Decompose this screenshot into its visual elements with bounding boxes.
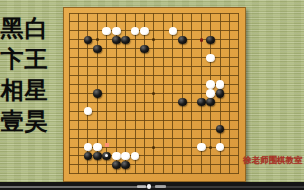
board-cell-L11[interactable] [159,80,168,89]
board-cell-K5[interactable] [149,134,158,143]
board-cell-S5[interactable] [225,134,234,143]
board-cell-M9[interactable] [168,98,177,107]
board-cell-K9[interactable] [149,98,158,107]
board-cell-R2[interactable] [215,160,224,169]
board-cell-E7[interactable] [102,116,111,125]
board-cell-G18[interactable] [121,18,130,27]
board-cell-Q2[interactable] [206,160,215,169]
board-cell-G19[interactable] [121,9,130,18]
board-cell-R16[interactable] [215,35,224,44]
board-cell-B18[interactable] [74,18,83,27]
board-cell-J15[interactable] [140,44,149,53]
board-cell-A4[interactable] [64,143,73,152]
board-cell-Q1[interactable] [206,169,215,178]
board-cell-R18[interactable] [215,18,224,27]
board-cell-C19[interactable] [83,9,92,18]
board-cell-B7[interactable] [74,116,83,125]
board-cell-M11[interactable] [168,80,177,89]
board-cell-A8[interactable] [64,107,73,116]
board-cell-T13[interactable] [234,62,243,71]
board-cell-S7[interactable] [225,116,234,125]
board-cell-S9[interactable] [225,98,234,107]
board-cell-J11[interactable] [140,80,149,89]
board-cell-N7[interactable] [178,116,187,125]
board-cell-H1[interactable] [130,169,139,178]
board-cell-O3[interactable] [187,151,196,160]
board-cell-H18[interactable] [130,18,139,27]
board-cell-R6[interactable] [215,125,224,134]
board-cell-F13[interactable] [112,62,121,71]
board-cell-K10[interactable] [149,89,158,98]
board-cell-T14[interactable] [234,53,243,62]
board-cell-L14[interactable] [159,53,168,62]
board-cell-B14[interactable] [74,53,83,62]
board-cell-S13[interactable] [225,62,234,71]
board-cell-K8[interactable] [149,107,158,116]
board-cell-H6[interactable] [130,125,139,134]
board-cell-A15[interactable] [64,44,73,53]
board-cell-T7[interactable] [234,116,243,125]
board-cell-M12[interactable] [168,71,177,80]
board-cell-G2[interactable] [121,160,130,169]
board-cell-S4[interactable] [225,143,234,152]
board-cell-C4[interactable] [83,143,92,152]
board-cell-R19[interactable] [215,9,224,18]
board-cell-E11[interactable] [102,80,111,89]
board-cell-G4[interactable] [121,143,130,152]
board-cell-F16[interactable] [112,35,121,44]
board-cell-B10[interactable] [74,89,83,98]
board-cell-D3[interactable] [93,151,102,160]
board-cell-G14[interactable] [121,53,130,62]
board-cell-F7[interactable] [112,116,121,125]
board-cell-C13[interactable] [83,62,92,71]
board-cell-D13[interactable] [93,62,102,71]
board-cell-N14[interactable] [178,53,187,62]
board-cell-E10[interactable] [102,89,111,98]
board-cell-R7[interactable] [215,116,224,125]
board-cell-H5[interactable] [130,134,139,143]
board-cell-H16[interactable] [130,35,139,44]
board-cell-L17[interactable] [159,26,168,35]
board-cell-N11[interactable] [178,80,187,89]
board-cell-O17[interactable] [187,26,196,35]
board-cell-O19[interactable] [187,9,196,18]
board-cell-O12[interactable] [187,71,196,80]
board-cell-J18[interactable] [140,18,149,27]
board-cell-L4[interactable] [159,143,168,152]
board-cell-D8[interactable] [93,107,102,116]
board-cell-P16[interactable] [196,35,205,44]
board-cell-S10[interactable] [225,89,234,98]
board-cell-C6[interactable] [83,125,92,134]
board-cell-T19[interactable] [234,9,243,18]
seek-knob-icon[interactable] [147,184,152,189]
board-cell-R8[interactable] [215,107,224,116]
board-cell-C8[interactable] [83,107,92,116]
board-cell-F14[interactable] [112,53,121,62]
board-cell-M5[interactable] [168,134,177,143]
board-cell-D2[interactable] [93,160,102,169]
board-cell-M13[interactable] [168,62,177,71]
board-cell-E5[interactable] [102,134,111,143]
board-cell-N16[interactable] [178,35,187,44]
board-cell-E2[interactable] [102,160,111,169]
board-cell-D15[interactable] [93,44,102,53]
board-cell-C12[interactable] [83,71,92,80]
board-cell-Q9[interactable] [206,98,215,107]
board-cell-B4[interactable] [74,143,83,152]
board-cell-D18[interactable] [93,18,102,27]
board-cell-J3[interactable] [140,151,149,160]
board-cell-F15[interactable] [112,44,121,53]
board-cell-N8[interactable] [178,107,187,116]
board-cell-D4[interactable] [93,143,102,152]
board-cell-N1[interactable] [178,169,187,178]
board-cell-G10[interactable] [121,89,130,98]
board-cell-O15[interactable] [187,44,196,53]
board-cell-A16[interactable] [64,35,73,44]
board-cell-D6[interactable] [93,125,102,134]
board-cell-T6[interactable] [234,125,243,134]
board-cell-A3[interactable] [64,151,73,160]
board-cell-R10[interactable] [215,89,224,98]
board-cell-B6[interactable] [74,125,83,134]
board-cell-J19[interactable] [140,9,149,18]
board-cell-F17[interactable] [112,26,121,35]
board-cell-E16[interactable] [102,35,111,44]
board-cell-R11[interactable] [215,80,224,89]
board-cell-G6[interactable] [121,125,130,134]
board-cell-P11[interactable] [196,80,205,89]
board-cell-T16[interactable] [234,35,243,44]
board-cell-G3[interactable] [121,151,130,160]
board-cell-J1[interactable] [140,169,149,178]
board-cell-P15[interactable] [196,44,205,53]
board-cell-B11[interactable] [74,80,83,89]
board-cell-J10[interactable] [140,89,149,98]
board-cell-Q15[interactable] [206,44,215,53]
board-cell-T11[interactable] [234,80,243,89]
board-cell-A17[interactable] [64,26,73,35]
board-cell-P9[interactable] [196,98,205,107]
board-cell-R14[interactable] [215,53,224,62]
board-cell-H8[interactable] [130,107,139,116]
board-cell-P18[interactable] [196,18,205,27]
board-cell-H9[interactable] [130,98,139,107]
board-cell-K13[interactable] [149,62,158,71]
board-cell-O14[interactable] [187,53,196,62]
board-cell-H17[interactable] [130,26,139,35]
board-cell-K11[interactable] [149,80,158,89]
board-cell-L6[interactable] [159,125,168,134]
board-cell-C9[interactable] [83,98,92,107]
board-cell-M4[interactable] [168,143,177,152]
board-cell-N19[interactable] [178,9,187,18]
board-cell-T1[interactable] [234,169,243,178]
board-cell-K1[interactable] [149,169,158,178]
board-cell-R3[interactable] [215,151,224,160]
board-cell-P4[interactable] [196,143,205,152]
board-cell-F19[interactable] [112,9,121,18]
board-cell-N18[interactable] [178,18,187,27]
video-progress-bar[interactable] [0,182,304,190]
board-cell-B17[interactable] [74,26,83,35]
board-cell-P12[interactable] [196,71,205,80]
board-cell-D16[interactable] [93,35,102,44]
board-cell-F2[interactable] [112,160,121,169]
board-cell-Q10[interactable] [206,89,215,98]
board-cell-P8[interactable] [196,107,205,116]
board-cell-F18[interactable] [112,18,121,27]
board-cell-B12[interactable] [74,71,83,80]
board-cell-E6[interactable] [102,125,111,134]
board-cell-B2[interactable] [74,160,83,169]
board-cell-H15[interactable] [130,44,139,53]
board-cell-G13[interactable] [121,62,130,71]
board-cell-M17[interactable] [168,26,177,35]
board-cell-A10[interactable] [64,89,73,98]
board-cell-K6[interactable] [149,125,158,134]
board-cell-Q6[interactable] [206,125,215,134]
board-cell-O18[interactable] [187,18,196,27]
board-cell-F11[interactable] [112,80,121,89]
board-cell-G7[interactable] [121,116,130,125]
board-cell-K16[interactable] [149,35,158,44]
board-cell-E14[interactable] [102,53,111,62]
board-cell-O5[interactable] [187,134,196,143]
board-cell-F1[interactable] [112,169,121,178]
board-cell-T5[interactable] [234,134,243,143]
board-cell-C2[interactable] [83,160,92,169]
board-cell-J17[interactable] [140,26,149,35]
board-cell-L18[interactable] [159,18,168,27]
board-cell-C5[interactable] [83,134,92,143]
board-cell-Q18[interactable] [206,18,215,27]
board-cell-O7[interactable] [187,116,196,125]
board-cell-J2[interactable] [140,160,149,169]
board-cell-D5[interactable] [93,134,102,143]
board-cell-E9[interactable] [102,98,111,107]
board-cell-K12[interactable] [149,71,158,80]
board-cell-R4[interactable] [215,143,224,152]
board-cell-L16[interactable] [159,35,168,44]
board-cell-G1[interactable] [121,169,130,178]
board-cell-K3[interactable] [149,151,158,160]
board-cell-M7[interactable] [168,116,177,125]
board-cell-D19[interactable] [93,9,102,18]
board-cell-K7[interactable] [149,116,158,125]
board-cell-P14[interactable] [196,53,205,62]
board-cell-E8[interactable] [102,107,111,116]
board-cell-Q4[interactable] [206,143,215,152]
board-cell-J4[interactable] [140,143,149,152]
board-cell-P1[interactable] [196,169,205,178]
board-cell-K15[interactable] [149,44,158,53]
board-cell-G11[interactable] [121,80,130,89]
board-cell-L5[interactable] [159,134,168,143]
board-cell-R12[interactable] [215,71,224,80]
board-cell-G8[interactable] [121,107,130,116]
board-cell-P7[interactable] [196,116,205,125]
board-cell-S6[interactable] [225,125,234,134]
board-cell-A6[interactable] [64,125,73,134]
board-cell-Q17[interactable] [206,26,215,35]
board-cell-D12[interactable] [93,71,102,80]
board-cell-J14[interactable] [140,53,149,62]
board-cell-B19[interactable] [74,9,83,18]
board-cell-F10[interactable] [112,89,121,98]
board-cell-A11[interactable] [64,80,73,89]
board-cell-T15[interactable] [234,44,243,53]
board-cell-S16[interactable] [225,35,234,44]
board-cell-M6[interactable] [168,125,177,134]
board-cell-P6[interactable] [196,125,205,134]
board-cell-J6[interactable] [140,125,149,134]
board-cell-N12[interactable] [178,71,187,80]
board-cell-E13[interactable] [102,62,111,71]
board-cell-C1[interactable] [83,169,92,178]
board-cell-M15[interactable] [168,44,177,53]
board-cell-O2[interactable] [187,160,196,169]
board-cell-G9[interactable] [121,98,130,107]
board-cell-D14[interactable] [93,53,102,62]
board-cell-F12[interactable] [112,71,121,80]
board-cell-L19[interactable] [159,9,168,18]
board-cell-N17[interactable] [178,26,187,35]
board-cell-M18[interactable] [168,18,177,27]
board-cell-D10[interactable] [93,89,102,98]
board-cell-E4[interactable] [102,143,111,152]
board-cell-A12[interactable] [64,71,73,80]
board-cell-K18[interactable] [149,18,158,27]
board-cell-D9[interactable] [93,98,102,107]
board-cell-Q5[interactable] [206,134,215,143]
board-cell-N3[interactable] [178,151,187,160]
board-cell-Q8[interactable] [206,107,215,116]
board-cell-E18[interactable] [102,18,111,27]
board-cell-S17[interactable] [225,26,234,35]
board-cell-Q13[interactable] [206,62,215,71]
board-cell-E3[interactable] [102,151,111,160]
board-cell-A14[interactable] [64,53,73,62]
board-cell-K4[interactable] [149,143,158,152]
board-cell-H10[interactable] [130,89,139,98]
board-cell-O16[interactable] [187,35,196,44]
board-cell-Q19[interactable] [206,9,215,18]
board-cell-M16[interactable] [168,35,177,44]
board-cell-P5[interactable] [196,134,205,143]
board-cell-J12[interactable] [140,71,149,80]
board-cell-A1[interactable] [64,169,73,178]
board-cell-C11[interactable] [83,80,92,89]
board-cell-L9[interactable] [159,98,168,107]
board-cell-C14[interactable] [83,53,92,62]
board-cell-T18[interactable] [234,18,243,27]
board-cell-G15[interactable] [121,44,130,53]
board-cell-J13[interactable] [140,62,149,71]
board-cell-H14[interactable] [130,53,139,62]
board-cell-R17[interactable] [215,26,224,35]
board-cell-M10[interactable] [168,89,177,98]
board-cell-H7[interactable] [130,116,139,125]
board-cell-N2[interactable] [178,160,187,169]
board-cell-B8[interactable] [74,107,83,116]
board-cell-N10[interactable] [178,89,187,98]
board-cell-L1[interactable] [159,169,168,178]
board-cell-S11[interactable] [225,80,234,89]
board-cell-Q14[interactable] [206,53,215,62]
board-cell-H2[interactable] [130,160,139,169]
board-cell-B1[interactable] [74,169,83,178]
board-cell-Q7[interactable] [206,116,215,125]
board-cell-C17[interactable] [83,26,92,35]
board-cell-A9[interactable] [64,98,73,107]
board-cell-Q3[interactable] [206,151,215,160]
board-cell-G17[interactable] [121,26,130,35]
board-cell-C16[interactable] [83,35,92,44]
board-cell-S15[interactable] [225,44,234,53]
board-cell-K17[interactable] [149,26,158,35]
board-cell-C7[interactable] [83,116,92,125]
board-cell-B5[interactable] [74,134,83,143]
board-cell-G5[interactable] [121,134,130,143]
board-cell-H11[interactable] [130,80,139,89]
board-cell-P3[interactable] [196,151,205,160]
board-cell-H3[interactable] [130,151,139,160]
board-cell-S8[interactable] [225,107,234,116]
board-cell-L13[interactable] [159,62,168,71]
board-cell-L7[interactable] [159,116,168,125]
board-cell-S3[interactable] [225,151,234,160]
board-cell-F3[interactable] [112,151,121,160]
board-cell-O1[interactable] [187,169,196,178]
board-cell-A13[interactable] [64,62,73,71]
board-cell-G16[interactable] [121,35,130,44]
board-cell-C10[interactable] [83,89,92,98]
board-cell-M14[interactable] [168,53,177,62]
board-cell-N9[interactable] [178,98,187,107]
board-cell-P2[interactable] [196,160,205,169]
board-cell-E17[interactable] [102,26,111,35]
board-cell-E12[interactable] [102,71,111,80]
board-cell-O13[interactable] [187,62,196,71]
board-cell-F5[interactable] [112,134,121,143]
board-cell-K2[interactable] [149,160,158,169]
board-cell-O4[interactable] [187,143,196,152]
board-cell-O6[interactable] [187,125,196,134]
board-cell-L3[interactable] [159,151,168,160]
board-cell-L8[interactable] [159,107,168,116]
board-cell-Q12[interactable] [206,71,215,80]
board-cell-T17[interactable] [234,26,243,35]
board-cell-M2[interactable] [168,160,177,169]
board-cell-B9[interactable] [74,98,83,107]
board-cell-J7[interactable] [140,116,149,125]
board-cell-R5[interactable] [215,134,224,143]
board-cell-T8[interactable] [234,107,243,116]
board-cell-C15[interactable] [83,44,92,53]
board-cell-B15[interactable] [74,44,83,53]
board-cell-N13[interactable] [178,62,187,71]
board-cell-J9[interactable] [140,98,149,107]
board-cell-J5[interactable] [140,134,149,143]
board-cell-A19[interactable] [64,9,73,18]
board-cell-R9[interactable] [215,98,224,107]
board-cell-K14[interactable] [149,53,158,62]
board-cell-N4[interactable] [178,143,187,152]
board-cell-S14[interactable] [225,53,234,62]
